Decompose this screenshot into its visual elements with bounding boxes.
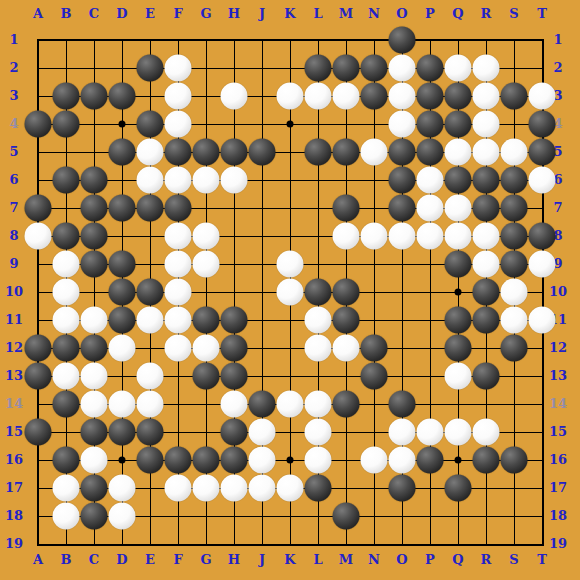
col-label-top-G: G [196,6,216,22]
stone-white-D18 [109,503,136,530]
stone-black-H12 [221,335,248,362]
stone-black-M5 [333,139,360,166]
stone-white-S10 [501,279,528,306]
stone-black-O1 [389,27,416,54]
stone-white-K14 [277,391,304,418]
stone-black-R6 [473,167,500,194]
stone-white-O8 [389,223,416,250]
stone-white-H3 [221,83,248,110]
stone-black-A7 [25,195,52,222]
stone-black-B16 [53,447,80,474]
stone-black-S16 [501,447,528,474]
row-label-left-3: 3 [4,88,24,104]
col-label-top-B: B [56,6,76,22]
stone-black-C6 [81,167,108,194]
stone-black-H5 [221,139,248,166]
row-label-left-14: 14 [4,396,24,412]
stone-black-E7 [137,195,164,222]
stone-black-S7 [501,195,528,222]
stone-white-K10 [277,279,304,306]
stone-white-D12 [109,335,136,362]
stone-white-G8 [193,223,220,250]
stone-black-E10 [137,279,164,306]
stone-black-P5 [417,139,444,166]
stone-black-S9 [501,251,528,278]
stone-black-N13 [361,363,388,390]
col-label-bottom-P: P [420,552,440,568]
stone-black-Q4 [445,111,472,138]
stone-black-R16 [473,447,500,474]
stone-white-E5 [137,139,164,166]
stone-white-T3 [529,83,556,110]
stone-black-N12 [361,335,388,362]
col-label-top-L: L [308,6,328,22]
stone-black-M10 [333,279,360,306]
stone-black-C18 [81,503,108,530]
row-label-right-14: 14 [548,396,568,412]
stone-black-J14 [249,391,276,418]
stone-white-G6 [193,167,220,194]
stone-black-E15 [137,419,164,446]
row-label-left-5: 5 [4,144,24,160]
row-label-right-1: 1 [548,32,568,48]
stone-white-T6 [529,167,556,194]
stone-white-M3 [333,83,360,110]
stone-white-Q5 [445,139,472,166]
stone-white-C16 [81,447,108,474]
stone-white-F4 [165,111,192,138]
stone-black-E16 [137,447,164,474]
col-label-top-J: J [252,6,272,22]
stone-black-M14 [333,391,360,418]
stone-white-P6 [417,167,444,194]
col-label-bottom-B: B [56,552,76,568]
col-label-bottom-T: T [532,552,552,568]
col-label-bottom-C: C [84,552,104,568]
stone-black-O7 [389,195,416,222]
row-label-left-7: 7 [4,200,24,216]
stone-white-S11 [501,307,528,334]
stone-black-T8 [529,223,556,250]
row-label-left-1: 1 [4,32,24,48]
stone-black-P4 [417,111,444,138]
stone-white-T11 [529,307,556,334]
stone-white-B10 [53,279,80,306]
col-label-bottom-E: E [140,552,160,568]
stone-white-B11 [53,307,80,334]
stone-white-H6 [221,167,248,194]
stone-black-T5 [529,139,556,166]
stone-black-Q17 [445,475,472,502]
stone-black-J5 [249,139,276,166]
stone-black-H15 [221,419,248,446]
stone-black-F16 [165,447,192,474]
stone-white-F8 [165,223,192,250]
stone-white-C13 [81,363,108,390]
stone-white-S5 [501,139,528,166]
stone-white-F6 [165,167,192,194]
col-label-top-T: T [532,6,552,22]
col-label-bottom-M: M [336,552,356,568]
stone-black-D10 [109,279,136,306]
col-label-top-F: F [168,6,188,22]
stone-white-D14 [109,391,136,418]
stone-black-Q12 [445,335,472,362]
stone-black-F7 [165,195,192,222]
stone-black-A15 [25,419,52,446]
stone-white-H14 [221,391,248,418]
stone-white-R9 [473,251,500,278]
stone-black-C17 [81,475,108,502]
stone-white-J16 [249,447,276,474]
col-label-top-A: A [28,6,48,22]
stone-black-B8 [53,223,80,250]
stone-black-A12 [25,335,52,362]
stone-black-O14 [389,391,416,418]
stone-black-O17 [389,475,416,502]
stone-black-Q11 [445,307,472,334]
stone-black-A13 [25,363,52,390]
stone-black-R11 [473,307,500,334]
stone-white-F17 [165,475,192,502]
stone-black-M18 [333,503,360,530]
stone-white-B13 [53,363,80,390]
stone-white-R15 [473,419,500,446]
stone-white-F9 [165,251,192,278]
col-label-top-C: C [84,6,104,22]
stone-white-F3 [165,83,192,110]
stone-white-N16 [361,447,388,474]
stone-white-M12 [333,335,360,362]
stone-black-C9 [81,251,108,278]
stone-black-M2 [333,55,360,82]
stone-white-J17 [249,475,276,502]
star-point-K4 [287,121,294,128]
star-point-D16 [119,457,126,464]
stone-black-P2 [417,55,444,82]
row-label-left-18: 18 [4,508,24,524]
stone-white-L11 [305,307,332,334]
stone-black-O6 [389,167,416,194]
stone-black-M7 [333,195,360,222]
stone-black-Q6 [445,167,472,194]
stone-white-O3 [389,83,416,110]
stone-black-G16 [193,447,220,474]
stone-black-P16 [417,447,444,474]
stone-black-D15 [109,419,136,446]
stone-white-L14 [305,391,332,418]
stone-black-B14 [53,391,80,418]
stone-white-P7 [417,195,444,222]
row-label-left-4: 4 [4,116,24,132]
stone-white-T9 [529,251,556,278]
stone-black-C7 [81,195,108,222]
stone-black-D11 [109,307,136,334]
stone-black-L2 [305,55,332,82]
col-label-bottom-Q: Q [448,552,468,568]
star-point-Q10 [455,289,462,296]
stone-black-N3 [361,83,388,110]
stone-white-J15 [249,419,276,446]
stone-white-E13 [137,363,164,390]
col-label-bottom-A: A [28,552,48,568]
stone-white-Q15 [445,419,472,446]
star-point-K16 [287,457,294,464]
stone-white-P8 [417,223,444,250]
row-label-left-8: 8 [4,228,24,244]
stone-white-M8 [333,223,360,250]
col-label-top-M: M [336,6,356,22]
stone-white-R4 [473,111,500,138]
col-label-top-R: R [476,6,496,22]
stone-white-R5 [473,139,500,166]
stone-black-H16 [221,447,248,474]
stone-black-B6 [53,167,80,194]
stone-white-Q2 [445,55,472,82]
stone-black-D5 [109,139,136,166]
stone-black-N2 [361,55,388,82]
stone-white-N5 [361,139,388,166]
col-label-bottom-G: G [196,552,216,568]
stone-white-H17 [221,475,248,502]
stone-white-O2 [389,55,416,82]
stone-black-G13 [193,363,220,390]
stone-white-N8 [361,223,388,250]
row-label-left-15: 15 [4,424,24,440]
stone-white-P15 [417,419,444,446]
col-label-top-Q: Q [448,6,468,22]
col-label-bottom-D: D [112,552,132,568]
row-label-left-16: 16 [4,452,24,468]
col-label-bottom-O: O [392,552,412,568]
row-label-right-17: 17 [548,480,568,496]
stone-black-D9 [109,251,136,278]
stone-black-O5 [389,139,416,166]
stone-black-B4 [53,111,80,138]
stone-white-Q8 [445,223,472,250]
go-board[interactable]: AABBCCDDEEFFGGHHJJKKLLMMNNOOPPQQRRSSTT11… [0,0,580,580]
stone-white-C14 [81,391,108,418]
stone-black-L5 [305,139,332,166]
stone-black-Q3 [445,83,472,110]
row-label-right-16: 16 [548,452,568,468]
row-label-right-18: 18 [548,508,568,524]
stone-white-O4 [389,111,416,138]
col-label-top-S: S [504,6,524,22]
stone-white-G17 [193,475,220,502]
stone-white-E14 [137,391,164,418]
row-label-right-7: 7 [548,200,568,216]
col-label-top-E: E [140,6,160,22]
stone-black-C12 [81,335,108,362]
stone-black-G11 [193,307,220,334]
stone-black-E2 [137,55,164,82]
stone-white-A8 [25,223,52,250]
row-label-left-11: 11 [4,312,24,328]
col-label-top-H: H [224,6,244,22]
stone-black-Q9 [445,251,472,278]
stone-black-S8 [501,223,528,250]
row-label-left-17: 17 [4,480,24,496]
stone-white-L15 [305,419,332,446]
stone-white-B9 [53,251,80,278]
stone-black-C15 [81,419,108,446]
stone-black-L10 [305,279,332,306]
stone-black-S3 [501,83,528,110]
stone-white-F2 [165,55,192,82]
col-label-top-N: N [364,6,384,22]
col-label-bottom-F: F [168,552,188,568]
row-label-right-2: 2 [548,60,568,76]
stone-black-P3 [417,83,444,110]
col-label-top-O: O [392,6,412,22]
stone-white-E11 [137,307,164,334]
row-label-left-9: 9 [4,256,24,272]
stone-white-F10 [165,279,192,306]
stone-white-R2 [473,55,500,82]
stone-black-M11 [333,307,360,334]
stone-white-C11 [81,307,108,334]
row-label-left-10: 10 [4,284,24,300]
stone-white-K3 [277,83,304,110]
stone-white-L12 [305,335,332,362]
stone-black-R13 [473,363,500,390]
col-label-top-D: D [112,6,132,22]
stone-black-A4 [25,111,52,138]
stone-black-T4 [529,111,556,138]
stone-white-R3 [473,83,500,110]
stone-black-S6 [501,167,528,194]
stone-white-B17 [53,475,80,502]
star-point-Q16 [455,457,462,464]
stone-white-O16 [389,447,416,474]
stone-black-G5 [193,139,220,166]
row-label-left-2: 2 [4,60,24,76]
col-label-bottom-S: S [504,552,524,568]
row-label-left-13: 13 [4,368,24,384]
stone-black-R7 [473,195,500,222]
row-label-left-6: 6 [4,172,24,188]
stone-white-L16 [305,447,332,474]
stone-black-B3 [53,83,80,110]
stone-white-F11 [165,307,192,334]
stone-white-G9 [193,251,220,278]
row-label-left-19: 19 [4,536,24,552]
stone-white-O15 [389,419,416,446]
col-label-bottom-K: K [280,552,300,568]
stone-black-C8 [81,223,108,250]
col-label-top-K: K [280,6,300,22]
stone-black-E4 [137,111,164,138]
stone-black-D7 [109,195,136,222]
stone-white-K17 [277,475,304,502]
col-label-bottom-H: H [224,552,244,568]
star-point-D4 [119,121,126,128]
col-label-bottom-R: R [476,552,496,568]
stone-white-E6 [137,167,164,194]
col-label-top-P: P [420,6,440,22]
stone-white-G12 [193,335,220,362]
stone-white-R8 [473,223,500,250]
stone-white-L3 [305,83,332,110]
stone-white-Q13 [445,363,472,390]
stone-black-F5 [165,139,192,166]
stone-white-F12 [165,335,192,362]
stone-white-Q7 [445,195,472,222]
row-label-right-13: 13 [548,368,568,384]
stone-black-L17 [305,475,332,502]
row-label-right-10: 10 [548,284,568,300]
row-label-right-12: 12 [548,340,568,356]
col-label-bottom-J: J [252,552,272,568]
stone-white-K9 [277,251,304,278]
stone-black-H11 [221,307,248,334]
col-label-bottom-L: L [308,552,328,568]
row-label-right-15: 15 [548,424,568,440]
stone-white-B18 [53,503,80,530]
stone-black-D3 [109,83,136,110]
row-label-left-12: 12 [4,340,24,356]
stone-white-D17 [109,475,136,502]
stone-black-H13 [221,363,248,390]
stone-black-S12 [501,335,528,362]
col-label-bottom-N: N [364,552,384,568]
row-label-right-19: 19 [548,536,568,552]
stone-black-C3 [81,83,108,110]
stone-black-B12 [53,335,80,362]
stone-black-R10 [473,279,500,306]
